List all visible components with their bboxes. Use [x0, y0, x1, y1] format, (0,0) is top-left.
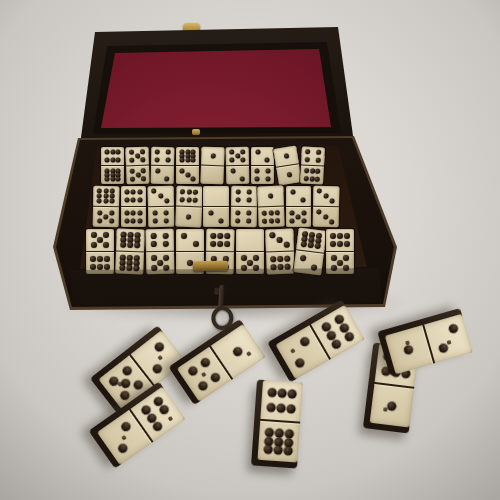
domino-half	[201, 147, 225, 167]
pip	[241, 265, 247, 271]
pip	[110, 157, 115, 162]
boxed-domino-4-6[interactable]	[300, 146, 325, 184]
pip	[230, 158, 235, 163]
boxed-domino-2-5[interactable]	[286, 186, 312, 227]
pip	[180, 197, 185, 202]
brass-lock-strip	[193, 261, 228, 272]
worn-pip	[201, 371, 207, 377]
pip	[110, 177, 115, 182]
pip	[224, 241, 230, 247]
domino-half	[300, 165, 324, 184]
pip	[337, 241, 343, 247]
domino-half	[251, 147, 274, 166]
domino-half	[286, 186, 312, 207]
pip	[263, 445, 273, 455]
pip	[109, 210, 114, 215]
pip	[255, 169, 260, 174]
pip	[179, 168, 184, 173]
domino-half	[257, 186, 283, 208]
pip	[137, 198, 142, 203]
pip	[266, 403, 276, 413]
pip	[235, 189, 240, 194]
boxed-domino-5-6[interactable]	[86, 229, 114, 274]
pip	[323, 193, 328, 198]
pip	[131, 211, 136, 216]
boxed-domino-4-2[interactable]	[151, 147, 175, 184]
pip	[316, 150, 321, 155]
pip	[290, 210, 295, 215]
domino-half	[293, 250, 323, 275]
pip	[310, 169, 315, 174]
pip	[293, 357, 305, 369]
domino-half	[265, 229, 294, 253]
domino-half	[176, 166, 199, 184]
domino-half	[121, 186, 147, 207]
pip	[302, 219, 307, 224]
pip	[97, 256, 103, 262]
pip	[285, 429, 295, 439]
pip	[140, 157, 145, 162]
domino-half	[203, 186, 229, 207]
pip	[286, 404, 296, 414]
pip	[269, 232, 275, 238]
pip	[302, 210, 307, 215]
pip	[119, 265, 125, 271]
worn-pip	[447, 340, 452, 345]
boxed-domino-3-4[interactable]	[148, 186, 174, 227]
pip	[187, 365, 199, 377]
pip	[103, 214, 108, 219]
pip	[90, 264, 96, 270]
domino-half	[125, 147, 149, 167]
pip	[163, 232, 169, 238]
boxed-domino-1-0[interactable]	[200, 147, 224, 185]
domino-half	[101, 166, 124, 184]
domino-face	[257, 380, 302, 463]
pip	[104, 256, 110, 262]
pip	[193, 190, 198, 195]
pip	[307, 242, 314, 249]
pip	[185, 214, 190, 219]
pip	[291, 190, 296, 195]
domino-half	[116, 229, 145, 253]
boxed-domino-9-2[interactable]	[293, 227, 326, 275]
pip	[290, 219, 295, 224]
pip	[97, 198, 102, 203]
pip	[185, 173, 190, 178]
loose-domino-6-9[interactable]	[251, 380, 303, 469]
pip	[303, 176, 308, 181]
domino-half	[226, 147, 249, 166]
boxed-domino-3-3[interactable]	[313, 186, 339, 227]
worn-pip	[246, 351, 252, 357]
pip	[91, 242, 97, 248]
pip	[387, 401, 397, 411]
domino-half	[93, 207, 119, 227]
pip	[116, 150, 121, 155]
pip	[131, 219, 136, 224]
domino-half	[296, 227, 327, 253]
pip	[284, 438, 294, 448]
pip	[247, 190, 252, 195]
domino-half	[203, 207, 229, 227]
pip	[230, 169, 235, 174]
boxed-domino-9-9[interactable]	[115, 229, 145, 275]
loose-domino-2-3[interactable]	[377, 308, 472, 376]
pip	[124, 198, 129, 203]
pip	[253, 255, 259, 261]
pip	[140, 168, 145, 173]
domino-half	[151, 166, 174, 184]
pip	[157, 260, 163, 266]
pip	[337, 233, 343, 239]
pip	[165, 150, 170, 155]
pip	[268, 193, 273, 198]
pip	[126, 265, 132, 271]
pip	[130, 177, 135, 182]
pip	[155, 157, 160, 162]
pip	[246, 211, 251, 216]
domino-half	[313, 207, 339, 227]
pip	[275, 210, 280, 215]
domino-half	[200, 166, 224, 185]
pip	[331, 265, 337, 271]
domino-half	[301, 146, 325, 166]
pip	[155, 169, 160, 174]
domino-half	[146, 229, 174, 252]
domino-face	[177, 324, 266, 402]
pip	[287, 389, 297, 399]
pip	[265, 427, 275, 437]
pip	[151, 363, 164, 376]
boxed-domino-9-3[interactable]	[176, 147, 199, 184]
boxed-domino-1-1[interactable]	[273, 145, 302, 185]
pip	[331, 255, 337, 261]
pip	[317, 210, 322, 215]
pip	[158, 193, 163, 198]
pip	[262, 211, 267, 216]
pip	[275, 428, 285, 438]
pip	[110, 150, 115, 155]
domino-half	[115, 252, 144, 275]
pip	[110, 198, 115, 203]
pip	[246, 198, 251, 203]
pip	[163, 241, 169, 247]
worn-pip	[383, 407, 387, 411]
pip	[97, 210, 102, 215]
domino-half	[151, 147, 174, 166]
pip	[180, 189, 185, 194]
pip	[247, 260, 253, 266]
pip	[164, 218, 169, 223]
pip	[130, 169, 135, 174]
pip	[153, 340, 166, 353]
pip	[240, 157, 245, 162]
pip	[97, 219, 102, 224]
pip	[116, 157, 121, 162]
pip	[120, 420, 133, 433]
pip	[296, 215, 301, 220]
boxed-domino-5-2[interactable]	[226, 147, 250, 184]
pip	[199, 356, 211, 368]
brass-catch	[192, 129, 200, 135]
pip	[191, 158, 196, 163]
domino-half	[148, 186, 174, 207]
pip	[265, 157, 270, 162]
pip	[224, 233, 230, 239]
pip	[165, 157, 170, 162]
pip	[253, 265, 259, 271]
pip	[103, 232, 109, 238]
pip	[283, 447, 293, 457]
pip	[229, 150, 234, 155]
pip	[241, 255, 247, 261]
pip	[315, 169, 320, 174]
domino-half	[236, 252, 264, 274]
pip	[210, 232, 216, 238]
domino-half	[101, 147, 124, 166]
pip	[330, 241, 336, 247]
pip	[109, 219, 114, 224]
pip	[133, 265, 139, 271]
pip	[305, 157, 310, 162]
domino-half	[206, 229, 234, 252]
boxed-domino-1-6[interactable]	[257, 186, 284, 228]
pip	[299, 335, 311, 347]
domino-half	[276, 164, 302, 185]
pip	[276, 237, 282, 243]
pip	[164, 255, 170, 261]
boxed-domino-4-4[interactable]	[230, 186, 256, 227]
domino-half	[121, 207, 147, 227]
domino-half	[260, 380, 303, 424]
pip	[300, 241, 307, 248]
pip	[90, 256, 96, 262]
pip	[317, 189, 322, 194]
pip	[155, 150, 160, 155]
domino-half	[266, 252, 295, 275]
pip	[104, 157, 109, 162]
domino-half	[257, 421, 300, 463]
pip	[124, 190, 129, 195]
pip	[301, 198, 306, 203]
pip	[265, 176, 270, 181]
pip	[153, 219, 158, 224]
pip	[116, 177, 121, 182]
domino-half	[326, 252, 354, 274]
boxed-domino-6-9[interactable]	[101, 147, 124, 184]
pip	[135, 153, 140, 158]
domino-half	[236, 229, 264, 252]
pip	[185, 158, 190, 163]
pip	[438, 343, 449, 354]
pip	[150, 233, 156, 239]
pip	[210, 153, 215, 158]
domino-half	[258, 207, 284, 228]
domino-half	[86, 229, 114, 252]
pip	[255, 176, 260, 181]
pip	[127, 242, 133, 248]
pip	[344, 233, 350, 239]
pip	[275, 218, 280, 223]
domino-half	[146, 252, 174, 274]
pip	[191, 177, 196, 182]
pip	[240, 176, 245, 181]
pip	[448, 323, 459, 334]
tray-row	[93, 186, 339, 227]
pip	[235, 218, 240, 223]
domino-half	[86, 252, 114, 274]
pip	[277, 264, 283, 270]
domino-half	[251, 166, 274, 184]
pip	[217, 233, 223, 239]
pip	[310, 265, 317, 272]
pip	[270, 265, 276, 271]
photo-scene	[0, 0, 500, 500]
pip	[116, 442, 129, 455]
pip	[181, 233, 187, 239]
pip	[129, 158, 134, 163]
pip	[246, 219, 251, 224]
pip	[196, 380, 208, 392]
boxed-domino-3-6[interactable]	[265, 229, 295, 275]
pip	[151, 241, 157, 247]
pip	[91, 232, 97, 238]
tray-row	[101, 147, 324, 184]
pip	[152, 189, 157, 194]
pip	[264, 436, 274, 446]
domino-half	[126, 166, 150, 185]
pip	[323, 214, 328, 219]
pip	[120, 242, 126, 248]
pip	[304, 168, 309, 173]
pip	[315, 157, 320, 162]
pip	[262, 219, 267, 224]
boxed-domino-6-5[interactable]	[326, 229, 354, 274]
pip	[121, 364, 134, 377]
pip	[273, 446, 283, 456]
worn-pip	[157, 355, 163, 361]
boxed-domino-6-6[interactable]	[121, 186, 147, 227]
pip	[235, 153, 240, 158]
pip	[151, 265, 157, 271]
pip	[330, 198, 335, 203]
pip	[300, 255, 307, 262]
pip	[329, 219, 334, 224]
pip	[164, 265, 170, 271]
pip	[140, 149, 145, 154]
pip	[403, 344, 414, 355]
boxed-domino-0-2[interactable]	[203, 186, 229, 227]
pip	[141, 176, 146, 181]
domino-face	[385, 314, 473, 375]
pip	[268, 210, 273, 215]
boxed-domino-6-1[interactable]	[175, 186, 202, 228]
pip	[284, 242, 290, 248]
pip	[269, 218, 274, 223]
pip	[164, 198, 169, 203]
pip	[276, 404, 286, 414]
pip	[277, 255, 283, 261]
worn-pip	[290, 349, 295, 354]
pip	[232, 345, 244, 357]
pip	[218, 219, 223, 224]
domino-half	[226, 166, 249, 184]
pip	[283, 153, 289, 159]
pip	[306, 150, 311, 155]
pip	[164, 176, 169, 181]
domino-half	[176, 147, 199, 166]
pip	[134, 242, 140, 248]
pip	[267, 387, 277, 397]
pip	[97, 264, 103, 270]
pip	[104, 150, 109, 155]
pip	[129, 150, 134, 155]
pip	[337, 260, 343, 266]
pip	[314, 243, 321, 250]
domino-half	[230, 207, 256, 227]
pip	[344, 241, 350, 247]
pip	[274, 437, 284, 447]
pip	[119, 389, 132, 402]
pip	[255, 150, 260, 155]
boxed-domino-9-5[interactable]	[93, 186, 119, 227]
domino-half	[313, 186, 339, 207]
pip	[104, 264, 110, 270]
pip	[137, 190, 142, 195]
boxed-domino-2-4[interactable]	[251, 147, 274, 184]
domino-half	[148, 207, 174, 227]
pip	[265, 169, 270, 174]
pip	[153, 211, 158, 216]
pip	[103, 242, 109, 248]
domino-half	[175, 186, 201, 208]
pip	[284, 264, 290, 270]
domino-half	[370, 384, 414, 428]
pip	[315, 176, 320, 181]
domino-half	[93, 186, 119, 207]
pip	[235, 210, 240, 215]
pip	[208, 211, 213, 216]
pip	[137, 219, 142, 224]
pip	[217, 241, 223, 247]
pip	[284, 255, 290, 261]
pip	[164, 210, 169, 215]
domino-half	[175, 207, 201, 228]
boxed-domino-4-5[interactable]	[146, 229, 175, 274]
boxed-domino-5-5[interactable]	[125, 147, 149, 185]
pip	[104, 177, 109, 182]
pip	[193, 241, 199, 247]
pip	[277, 388, 287, 398]
pip	[343, 255, 349, 261]
pip	[309, 176, 314, 181]
pip	[97, 237, 103, 243]
pip	[131, 198, 136, 203]
pip	[135, 172, 140, 177]
pip	[343, 265, 349, 271]
pip	[131, 190, 136, 195]
pip	[137, 211, 142, 216]
boxed-domino-0-5[interactable]	[236, 229, 264, 274]
worn-pip	[122, 435, 128, 441]
domino-half	[326, 229, 354, 252]
pip	[240, 149, 245, 154]
pip	[270, 256, 276, 262]
pip	[235, 197, 240, 202]
domino-half	[176, 229, 204, 252]
pip	[186, 189, 191, 194]
